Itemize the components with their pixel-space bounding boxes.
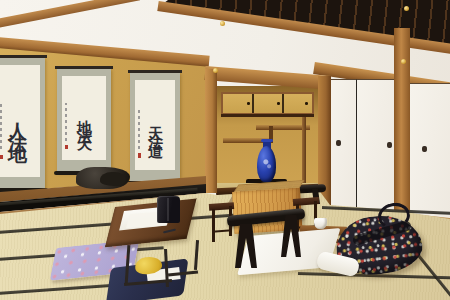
fusuma-door-right <box>410 83 450 222</box>
cabinet-door-handle <box>277 102 280 105</box>
gold-nail-cover-icon <box>401 59 406 64</box>
gold-nail-cover-icon <box>220 21 225 26</box>
cabinet-door-gap <box>282 94 284 113</box>
fusuma-handle-icon <box>387 142 392 148</box>
scroll-seal <box>0 155 3 160</box>
scroll-signature <box>65 103 67 140</box>
hanging-scroll-right: 天法道 <box>130 72 180 182</box>
fusuma-handle-icon <box>336 140 341 146</box>
scroll-signature <box>0 102 2 150</box>
fusuma-handle-icon <box>422 146 427 152</box>
tea-cup <box>314 218 327 229</box>
cabinet-sliding-doors <box>223 94 312 113</box>
wall-post-right <box>394 28 410 228</box>
shogi-game-clock <box>157 196 180 223</box>
scroll-seal <box>138 153 142 158</box>
hanging-scroll-middle: 地法天 <box>57 68 111 172</box>
cabinet-door-gap <box>252 94 254 113</box>
porcelain-vase-lip <box>261 139 273 142</box>
ornamental-stone-hump <box>100 172 126 186</box>
cabinet-door-handle <box>247 102 250 105</box>
alcove-left-post <box>205 69 217 193</box>
cabinet-door-handle <box>305 102 308 105</box>
hanging-scroll-left: 人法地 <box>0 57 45 189</box>
shogi-match-room-photo: 人法地 地法天 天法道 <box>0 0 450 300</box>
scroll-calligraphy: 人法地 <box>0 57 45 189</box>
blue-porcelain-vase <box>257 146 276 182</box>
gold-nail-cover-icon <box>213 68 218 73</box>
piece-stand-leg <box>212 209 215 242</box>
fusuma-door-left <box>331 79 356 210</box>
scroll-signature <box>138 109 140 149</box>
scroll-seal <box>65 145 69 150</box>
gold-nail-cover-icon <box>404 6 409 11</box>
shelf-side-divider <box>302 117 306 183</box>
